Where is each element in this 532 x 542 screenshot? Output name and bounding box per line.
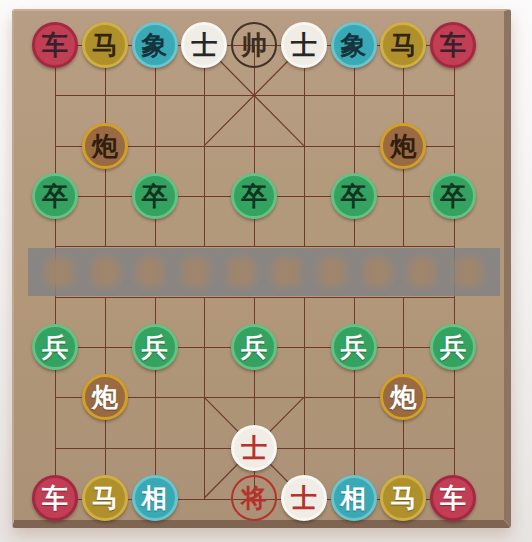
piece-pawn-top[interactable]: 卒 [231, 173, 277, 219]
board-cell [205, 96, 255, 146]
piece-pawn-top[interactable]: 卒 [32, 173, 78, 219]
river-blur-glyph [409, 257, 436, 287]
river-blur-glyph [364, 257, 391, 287]
piece-knight-top[interactable]: 马 [82, 22, 128, 68]
river-blur-glyph [137, 257, 164, 287]
piece-cannon-top[interactable]: 炮 [380, 123, 426, 169]
board-cell [305, 96, 355, 146]
piece-elephant-bottom[interactable]: 相 [132, 475, 178, 521]
piece-rook-top[interactable]: 车 [32, 22, 78, 68]
piece-advisor-bottom[interactable]: 士 [281, 475, 327, 521]
piece-rook-bottom[interactable]: 车 [430, 475, 476, 521]
piece-pawn-top[interactable]: 卒 [132, 173, 178, 219]
piece-elephant-bottom[interactable]: 相 [331, 475, 377, 521]
river-blur-glyph [319, 257, 346, 287]
board-cell [156, 398, 206, 448]
river-blur-glyph [228, 257, 255, 287]
river-band [28, 248, 500, 296]
piece-elephant-top[interactable]: 象 [331, 22, 377, 68]
board-cell [156, 96, 206, 146]
piece-pawn-top[interactable]: 卒 [430, 173, 476, 219]
piece-pawn-top[interactable]: 卒 [331, 173, 377, 219]
river-blur-glyph [273, 257, 300, 287]
piece-rook-top[interactable]: 车 [430, 22, 476, 68]
board-cell [255, 96, 305, 146]
piece-advisor-top[interactable]: 士 [181, 22, 227, 68]
river-blur-glyph [92, 257, 119, 287]
piece-rook-bottom[interactable]: 车 [32, 475, 78, 521]
river-blur-glyph [455, 257, 482, 287]
piece-advisor-top[interactable]: 士 [281, 22, 327, 68]
piece-pawn-bottom[interactable]: 兵 [132, 324, 178, 370]
piece-pawn-bottom[interactable]: 兵 [430, 324, 476, 370]
piece-cannon-top[interactable]: 炮 [82, 123, 128, 169]
page-background: { "game": "xiangqi", "position": { "fen"… [0, 0, 532, 542]
river-blur-glyph [46, 257, 73, 287]
piece-knight-top[interactable]: 马 [380, 22, 426, 68]
river-blur-glyph [182, 257, 209, 287]
piece-pawn-bottom[interactable]: 兵 [231, 324, 277, 370]
piece-advisor-bottom[interactable]: 士 [231, 425, 277, 471]
piece-king-top[interactable]: 帅 [231, 22, 277, 68]
piece-cannon-bottom[interactable]: 炮 [82, 374, 128, 420]
piece-knight-bottom[interactable]: 马 [82, 475, 128, 521]
piece-pawn-bottom[interactable]: 兵 [331, 324, 377, 370]
piece-pawn-bottom[interactable]: 兵 [32, 324, 78, 370]
xiangqi-board: 车马象士帅士象马车炮炮卒卒卒卒卒兵兵兵兵兵炮炮士车马相将士相马车 [12, 9, 511, 528]
piece-king-bottom[interactable]: 将 [231, 475, 277, 521]
piece-knight-bottom[interactable]: 马 [380, 475, 426, 521]
piece-elephant-top[interactable]: 象 [132, 22, 178, 68]
board-cell [305, 398, 355, 448]
